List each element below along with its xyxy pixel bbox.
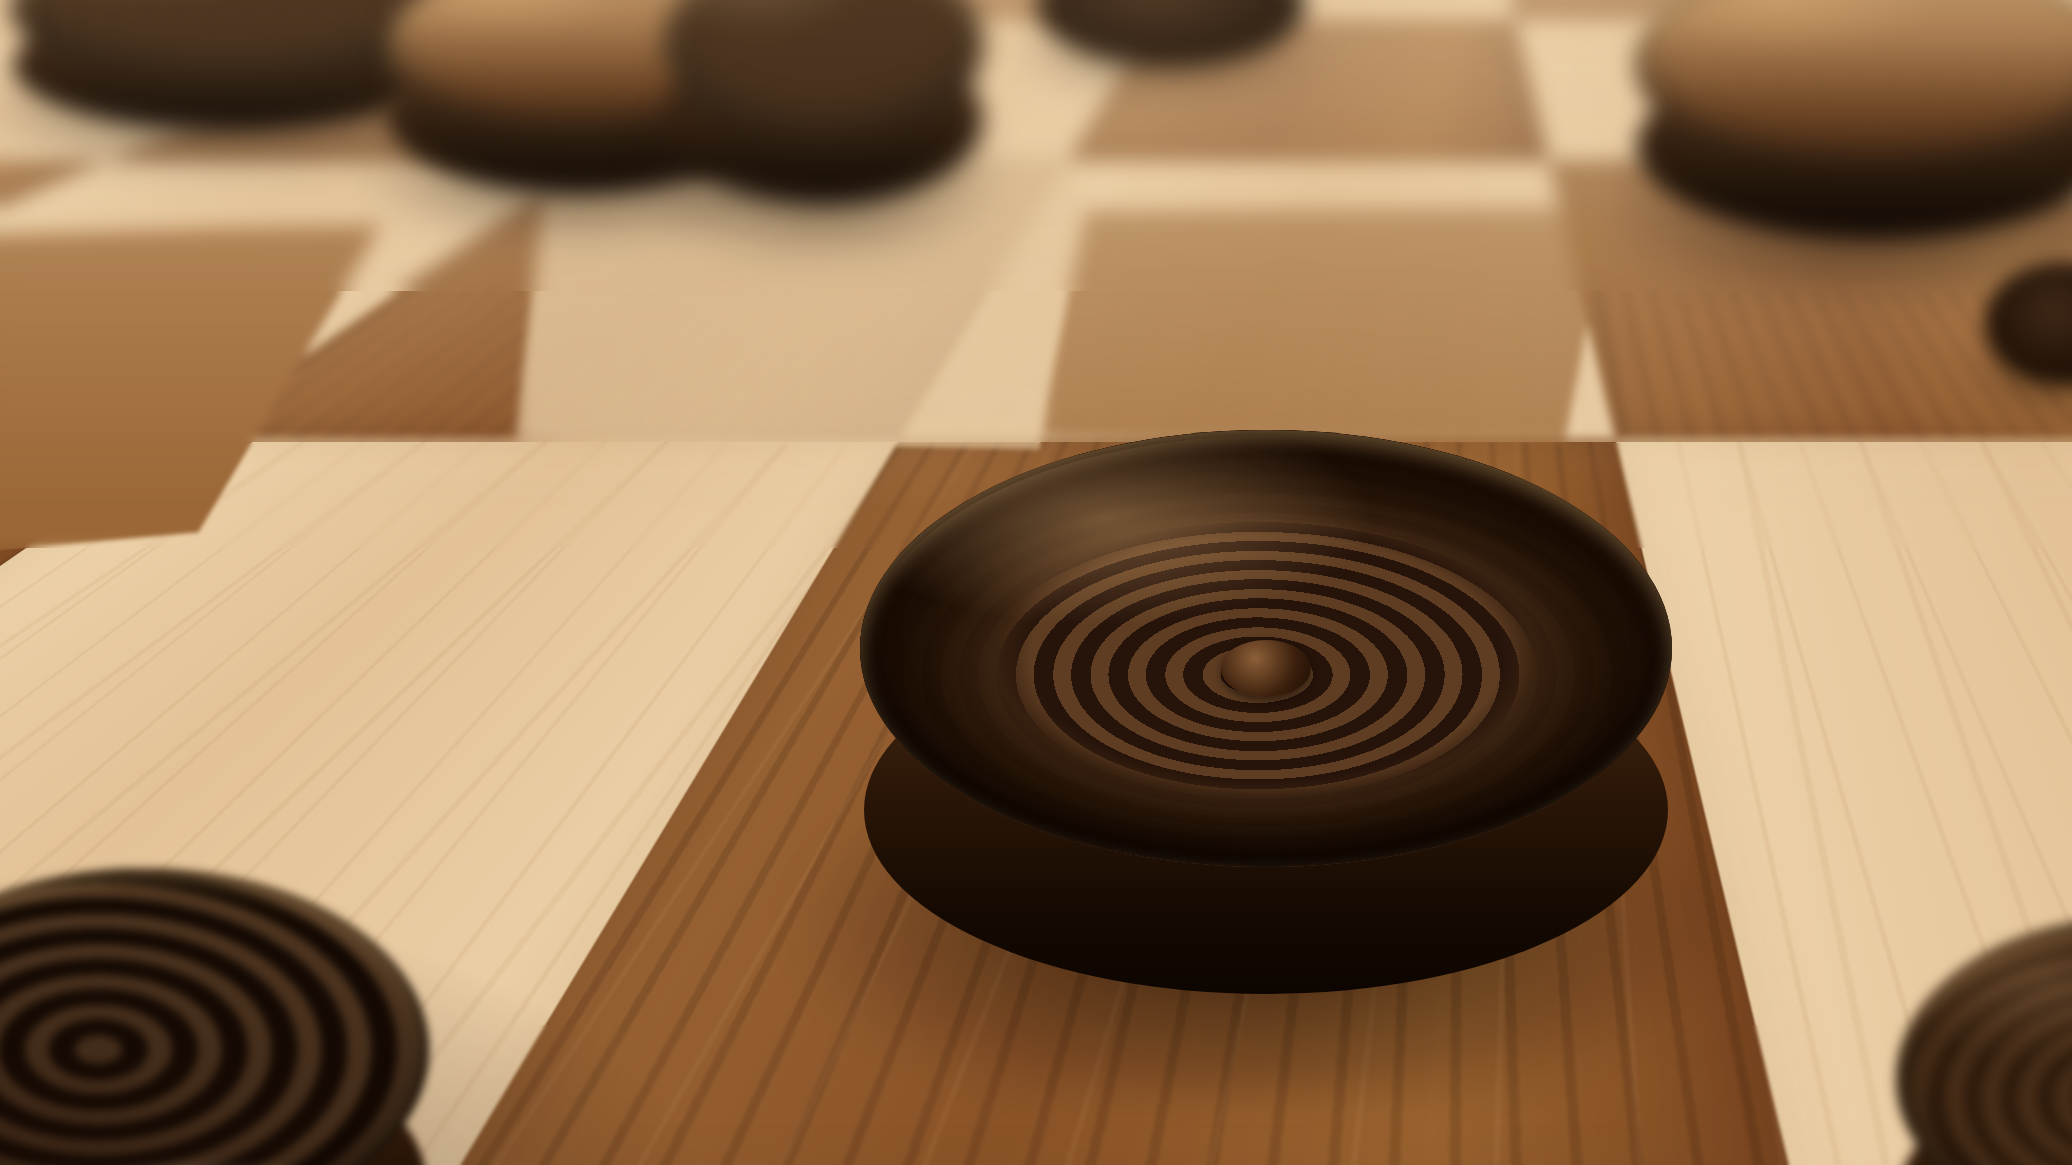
checker-piece-right-edge (1985, 262, 2072, 384)
checker-rim-highlight (0, 868, 429, 1165)
checker-rim-highlight (1896, 915, 2072, 1165)
checker-piece-focal (860, 430, 1672, 1006)
checker-top-face (860, 430, 1672, 867)
checker-top-face (0, 868, 429, 1165)
pieces-layer (0, 0, 2072, 1165)
checker-piece-far-3 (663, 0, 984, 210)
checker-rim-highlight (860, 430, 1672, 867)
checker-top-face (1896, 915, 2072, 1165)
macro-photo-canvas (0, 0, 2072, 1165)
checker-piece-far-5 (1635, 0, 2072, 245)
checker-piece-far-4 (1036, 0, 1305, 66)
checker-piece-bottom-right (1896, 915, 2072, 1165)
checker-piece-bottom-left (0, 868, 429, 1165)
